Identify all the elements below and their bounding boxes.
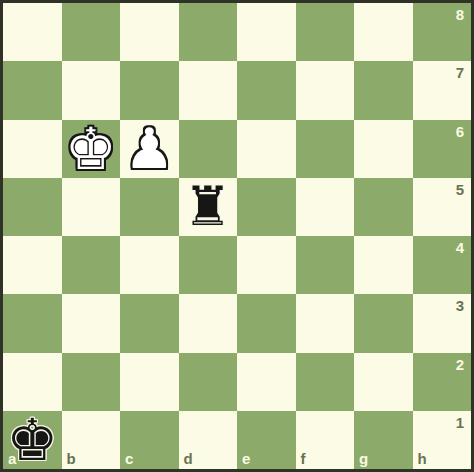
square-d8[interactable] [179, 3, 238, 61]
square-g7[interactable] [354, 61, 413, 119]
square-a2[interactable] [3, 353, 62, 411]
square-a7[interactable] [3, 61, 62, 119]
rank-label-8: 8 [456, 7, 464, 22]
square-e4[interactable] [237, 236, 296, 294]
square-c7[interactable] [120, 61, 179, 119]
square-e5[interactable] [237, 178, 296, 236]
square-a8[interactable] [3, 3, 62, 61]
square-f3[interactable] [296, 294, 355, 352]
square-c1[interactable]: c [120, 411, 179, 469]
square-h3[interactable]: 3 [413, 294, 472, 352]
square-b6[interactable]: ♚ [62, 120, 121, 178]
square-h6[interactable]: 6 [413, 120, 472, 178]
square-f4[interactable] [296, 236, 355, 294]
white-pawn[interactable]: ♟ [124, 121, 174, 177]
square-c3[interactable] [120, 294, 179, 352]
square-a4[interactable] [3, 236, 62, 294]
square-f2[interactable] [296, 353, 355, 411]
square-h7[interactable]: 7 [413, 61, 472, 119]
square-d3[interactable] [179, 294, 238, 352]
square-c8[interactable] [120, 3, 179, 61]
square-a3[interactable] [3, 294, 62, 352]
square-g1[interactable]: g [354, 411, 413, 469]
square-f1[interactable]: f [296, 411, 355, 469]
square-a6[interactable] [3, 120, 62, 178]
square-g6[interactable] [354, 120, 413, 178]
square-d5[interactable]: ♜ [179, 178, 238, 236]
square-e2[interactable] [237, 353, 296, 411]
file-label-e: e [242, 451, 250, 466]
square-a1[interactable]: a♚ [3, 411, 62, 469]
square-d6[interactable] [179, 120, 238, 178]
rank-label-2: 2 [456, 357, 464, 372]
square-f6[interactable] [296, 120, 355, 178]
rank-label-6: 6 [456, 124, 464, 139]
square-c5[interactable] [120, 178, 179, 236]
square-b2[interactable] [62, 353, 121, 411]
rank-label-5: 5 [456, 182, 464, 197]
square-b7[interactable] [62, 61, 121, 119]
file-label-g: g [359, 451, 368, 466]
square-c4[interactable] [120, 236, 179, 294]
black-rook[interactable]: ♜ [184, 180, 232, 234]
square-b1[interactable]: b [62, 411, 121, 469]
rank-label-7: 7 [456, 65, 464, 80]
square-e7[interactable] [237, 61, 296, 119]
file-label-b: b [67, 451, 76, 466]
rank-label-1: 1 [456, 415, 464, 430]
square-b4[interactable] [62, 236, 121, 294]
rank-label-4: 4 [456, 240, 464, 255]
square-d1[interactable]: d [179, 411, 238, 469]
file-label-h: h [418, 451, 427, 466]
square-b3[interactable] [62, 294, 121, 352]
square-b5[interactable] [62, 178, 121, 236]
square-e3[interactable] [237, 294, 296, 352]
square-e6[interactable] [237, 120, 296, 178]
square-g5[interactable] [354, 178, 413, 236]
black-king[interactable]: ♚ [6, 411, 58, 469]
square-g4[interactable] [354, 236, 413, 294]
file-label-d: d [184, 451, 193, 466]
square-d4[interactable] [179, 236, 238, 294]
square-b8[interactable] [62, 3, 121, 61]
square-h8[interactable]: 8 [413, 3, 472, 61]
square-h4[interactable]: 4 [413, 236, 472, 294]
square-c2[interactable] [120, 353, 179, 411]
square-h5[interactable]: 5 [413, 178, 472, 236]
square-f8[interactable] [296, 3, 355, 61]
square-c6[interactable]: ♟ [120, 120, 179, 178]
square-g8[interactable] [354, 3, 413, 61]
file-label-c: c [125, 451, 133, 466]
square-h2[interactable]: 2 [413, 353, 472, 411]
square-a5[interactable] [3, 178, 62, 236]
white-king[interactable]: ♚ [65, 120, 117, 178]
square-h1[interactable]: 1h [413, 411, 472, 469]
chess-board: 87♚♟6♜5432a♚bcdefg1h [0, 0, 474, 472]
square-f7[interactable] [296, 61, 355, 119]
square-f5[interactable] [296, 178, 355, 236]
square-g2[interactable] [354, 353, 413, 411]
square-g3[interactable] [354, 294, 413, 352]
square-d2[interactable] [179, 353, 238, 411]
square-e1[interactable]: e [237, 411, 296, 469]
square-e8[interactable] [237, 3, 296, 61]
rank-label-3: 3 [456, 298, 464, 313]
square-d7[interactable] [179, 61, 238, 119]
file-label-f: f [301, 451, 306, 466]
